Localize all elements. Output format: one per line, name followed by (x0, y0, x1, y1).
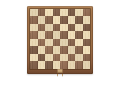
square-e1 (60, 61, 68, 68)
square-g4 (75, 39, 83, 46)
square-a2 (30, 54, 38, 61)
square-f1 (68, 61, 76, 68)
square-e7 (60, 16, 68, 23)
square-a6 (30, 24, 38, 31)
square-h8 (83, 9, 91, 16)
square-d3 (53, 46, 61, 53)
square-b3 (38, 46, 46, 53)
square-a5 (30, 31, 38, 38)
product-photo-background (0, 0, 120, 90)
square-e2 (60, 54, 68, 61)
square-b6 (38, 24, 46, 31)
square-f3 (68, 46, 76, 53)
square-c6 (45, 24, 53, 31)
square-a1 (30, 61, 38, 68)
square-d7 (53, 16, 61, 23)
square-f6 (68, 24, 76, 31)
square-g3 (75, 46, 83, 53)
square-e3 (60, 46, 68, 53)
square-g6 (75, 24, 83, 31)
square-b1 (38, 61, 46, 68)
square-d2 (53, 54, 61, 61)
square-b2 (38, 54, 46, 61)
board-grid (30, 9, 90, 69)
clasp-hook (57, 74, 63, 76)
square-b7 (38, 16, 46, 23)
square-d8 (53, 9, 61, 16)
square-h2 (83, 54, 91, 61)
square-c2 (45, 54, 53, 61)
square-g2 (75, 54, 83, 61)
square-e4 (60, 39, 68, 46)
square-d4 (53, 39, 61, 46)
square-f4 (68, 39, 76, 46)
square-c5 (45, 31, 53, 38)
square-h1 (83, 61, 91, 68)
square-g5 (75, 31, 83, 38)
square-c8 (45, 9, 53, 16)
square-e6 (60, 24, 68, 31)
square-f5 (68, 31, 76, 38)
square-a4 (30, 39, 38, 46)
square-h4 (83, 39, 91, 46)
square-h6 (83, 24, 91, 31)
square-e5 (60, 31, 68, 38)
board-frame (27, 6, 93, 74)
square-g1 (75, 61, 83, 68)
square-f8 (68, 9, 76, 16)
square-g7 (75, 16, 83, 23)
square-g8 (75, 9, 83, 16)
square-c1 (45, 61, 53, 68)
square-c4 (45, 39, 53, 46)
chessboard (27, 6, 93, 74)
clasp-latch (58, 69, 63, 73)
square-d5 (53, 31, 61, 38)
square-b4 (38, 39, 46, 46)
square-h5 (83, 31, 91, 38)
square-f7 (68, 16, 76, 23)
square-a8 (30, 9, 38, 16)
square-h3 (83, 46, 91, 53)
square-a3 (30, 46, 38, 53)
square-b8 (38, 9, 46, 16)
square-d1 (53, 61, 61, 68)
square-f2 (68, 54, 76, 61)
square-c3 (45, 46, 53, 53)
square-e8 (60, 9, 68, 16)
square-d6 (53, 24, 61, 31)
square-a7 (30, 16, 38, 23)
clasp-hook-right (62, 74, 63, 76)
square-b5 (38, 31, 46, 38)
square-c7 (45, 16, 53, 23)
clasp-hook-left (57, 74, 58, 76)
square-h7 (83, 16, 91, 23)
